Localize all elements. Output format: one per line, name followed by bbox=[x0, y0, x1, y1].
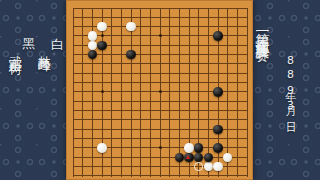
stone-black bbox=[97, 41, 107, 51]
grid-line-v bbox=[121, 8, 122, 177]
stone-white bbox=[88, 31, 98, 41]
black-player-name: 武宫正树 bbox=[9, 45, 22, 53]
event-date: 88年9月3日 bbox=[285, 54, 296, 114]
stone-black bbox=[194, 143, 204, 153]
captured-stone-marker bbox=[194, 162, 202, 170]
grid-line-h bbox=[73, 157, 248, 158]
last-move-marker bbox=[186, 155, 190, 159]
event-title: 第一届富士通杯决赛 bbox=[256, 22, 270, 36]
stone-black bbox=[194, 153, 204, 163]
grid-line-v bbox=[227, 8, 228, 177]
white-player-column: 白 林海峰 bbox=[38, 28, 64, 51]
stone-black bbox=[175, 153, 185, 163]
grid-line-h bbox=[73, 73, 248, 74]
stone-black bbox=[213, 87, 223, 97]
grid-line-v bbox=[169, 8, 170, 177]
grid-line-v bbox=[140, 8, 141, 177]
grid-line-h bbox=[73, 8, 248, 9]
grid-line-h bbox=[73, 138, 248, 139]
stone-white bbox=[126, 22, 136, 32]
white-player-label: 白 bbox=[50, 28, 65, 30]
grid-line-h bbox=[73, 63, 248, 64]
stone-white bbox=[213, 162, 223, 172]
go-board[interactable] bbox=[66, 0, 253, 180]
grid-line-v bbox=[131, 8, 132, 177]
broadcast-frame: 黑 武宫正树 白 林海峰 第一届富士通杯决赛 88年9月3日 bbox=[0, 0, 320, 180]
stone-white bbox=[223, 153, 233, 163]
stone-white bbox=[97, 22, 107, 32]
grid-line-h bbox=[73, 101, 248, 102]
grid-line-v bbox=[73, 8, 74, 177]
grid-line-v bbox=[237, 8, 238, 177]
stone-black bbox=[213, 143, 223, 153]
grid-line-h bbox=[73, 119, 248, 120]
white-player-name: 林海峰 bbox=[38, 45, 51, 51]
stone-white bbox=[184, 143, 194, 153]
black-player-label: 黑 bbox=[21, 28, 36, 30]
grid-line-h bbox=[73, 175, 248, 176]
grid-line-v bbox=[82, 8, 83, 177]
stone-black bbox=[213, 31, 223, 41]
grid-line-v bbox=[208, 8, 209, 177]
black-player-column: 黑 武宫正树 bbox=[9, 28, 35, 53]
grid-line-v bbox=[150, 8, 151, 177]
stone-black bbox=[126, 50, 136, 60]
grid-line-h bbox=[73, 110, 248, 111]
stone-black bbox=[88, 50, 98, 60]
stone-white bbox=[97, 143, 107, 153]
stone-white bbox=[204, 162, 214, 172]
grid-line-v bbox=[111, 8, 112, 177]
grid-line-v bbox=[247, 8, 248, 177]
stone-black bbox=[204, 153, 214, 163]
stone-black bbox=[213, 125, 223, 135]
grid-line-h bbox=[73, 54, 248, 55]
grid-line-h bbox=[73, 82, 248, 83]
stone-white bbox=[88, 41, 98, 51]
grid-line-v bbox=[179, 8, 180, 177]
board-grid bbox=[66, 0, 253, 180]
grid-line-h bbox=[73, 17, 248, 18]
